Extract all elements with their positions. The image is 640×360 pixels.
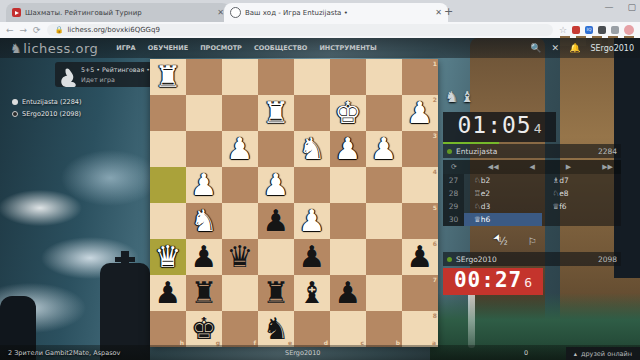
player-rating: 2098 [598,255,617,264]
square-f2[interactable] [222,95,258,131]
up-arrow-icon: ▴ [574,350,577,358]
black-move[interactable]: ♗d7 [542,174,621,187]
opponent-name[interactable]: Entuzijasta [456,147,497,156]
square-a4[interactable]: 4 [402,167,438,203]
square-e6[interactable] [258,239,294,275]
rank-coordinate: 3 [433,132,437,139]
piece-bP-d6[interactable]: ♟ [294,239,330,275]
move-list: 27 ♘b2 ♗d7 28 ♖e2 ♘e8 29 ♘d3 ♕f6 30 ♕h6 [443,174,621,226]
tab-title: Шахматы. Рейтинговый Турнир [25,9,142,17]
piece-wN-g5[interactable]: ♞ [186,203,222,239]
browser-tabstrip: Шахматы. Рейтинговый Турнир ✕ Ваш ход - … [0,0,640,22]
move-number: 28 [443,187,464,200]
background-dark-tower [614,38,640,278]
nav-tools[interactable]: ИНСТРУМЕНТЫ [319,44,376,52]
piece-bR-e7[interactable]: ♜ [258,275,294,311]
piece-bP-a6[interactable]: ♟ [402,239,438,275]
youtube-favicon [12,8,21,17]
move-number: 27 [443,174,464,187]
move-nav-bar: ⟳ ◀◀ ◀ ▶ ▶▶ [443,160,621,174]
nav-watch[interactable]: ПРОСМОТР [200,44,242,52]
piece-bK-g8[interactable]: ♚ [186,311,222,347]
tab-close-icon[interactable]: ✕ [435,8,442,17]
lichess-logo[interactable]: ♞lichess.org [10,41,98,56]
username-menu[interactable]: SErgo2010 [590,44,634,53]
square-b2[interactable] [366,95,402,131]
nav-community[interactable]: СООБЩЕСТВО [254,44,308,52]
extension-icon[interactable] [598,26,606,34]
background-waterfall [468,288,475,348]
forward-icon[interactable]: → [20,26,28,35]
maximize-button[interactable]: ▢ [627,2,636,12]
opponent-clock: 01:05 4 [443,112,556,142]
clock-time: 00:27 [454,268,522,292]
lichess-header: ♞lichess.org ИГРА ОБУЧЕНИЕ ПРОСМОТР СООБ… [0,38,640,58]
square-b7[interactable] [366,275,402,311]
square-a1[interactable]: 1 [402,59,438,95]
square-e3[interactable] [258,131,294,167]
piece-bR-g7[interactable]: ♜ [186,275,222,311]
tab-title: Ваш ход - Игра Entuzijasta • [245,9,348,17]
close-icon[interactable]: ✕ [552,43,560,53]
piece-bB-d7[interactable]: ♝ [294,275,330,311]
square-h5[interactable] [150,203,186,239]
piece-bQ-f6[interactable]: ♛ [222,239,258,275]
piece-wP-g4[interactable]: ♟ [186,167,222,203]
clock-tenths: 6 [524,275,532,290]
square-h3[interactable] [150,131,186,167]
friends-online-toggle[interactable]: ▴ друзей онлайн [566,347,640,360]
piece-wP-f3[interactable]: ♟ [222,131,258,167]
square-a8[interactable]: 8a [402,311,438,347]
screen: Шахматы. Рейтинговый Турнир ✕ Ваш ход - … [0,0,640,360]
move-row: 29 ♘d3 ♕f6 [443,200,621,213]
rank-coordinate: 5 [433,204,437,211]
captured-pieces: ♞♝ [445,88,476,106]
bottom-bar: 2 Зрители Gambit2Mate, Aspasov SErgo2010… [0,345,640,360]
square-d8[interactable]: d [294,311,330,347]
player-name[interactable]: SErgo2010 [456,255,497,264]
refresh-icon[interactable]: ⟳ [33,26,41,35]
move-number: 29 [443,200,464,213]
piece-bP-g6[interactable]: ♟ [186,239,222,275]
black-color-icon [12,111,18,117]
square-c1[interactable] [330,59,366,95]
lock-icon: 🔒 [55,26,64,34]
piece-wR-e2[interactable]: ♜ [258,95,294,131]
clock-tenths: 4 [534,121,542,136]
current-move[interactable]: ♕h6 [464,213,543,226]
square-g2[interactable] [186,95,222,131]
square-b1[interactable] [366,59,402,95]
clock-time: 01:05 [457,112,531,138]
prev-move-icon[interactable]: ◀ [530,163,535,171]
square-c8[interactable]: c [330,311,366,347]
knight-logo-icon: ♞ [10,41,22,56]
browser-urlbar: ← → ⟳ 🔒 lichess.org/bovxki6QGGq9 ☆ IQ [0,22,640,38]
square-h8[interactable]: h [150,311,186,347]
player-clock-low-time: 00:27 6 [443,268,543,295]
square-a7[interactable]: 7 [402,275,438,311]
clock-favicon [230,7,241,18]
piece-bP-e5[interactable]: ♟ [258,203,294,239]
square-c4[interactable] [330,167,366,203]
rank-coordinate: 1 [433,60,437,67]
opponent-row: Entuzijasta 2284 [443,144,621,158]
square-h4[interactable] [150,167,186,203]
tab-tournament[interactable]: Шахматы. Рейтинговый Турнир ✕ [6,3,230,22]
square-f7[interactable] [222,275,258,311]
square-b5[interactable] [366,203,402,239]
square-h2[interactable] [150,95,186,131]
tab-game[interactable]: Ваш ход - Игра Entuzijasta • ✕ [224,3,448,22]
opponent-rating: 2284 [598,147,617,156]
bottom-player-name: SErgo2010 [285,349,320,357]
white-player-link[interactable]: Entuzijasta (2284) [22,98,82,106]
black-move[interactable]: ♘e8 [542,187,621,200]
bottom-counter: 0 [524,349,528,357]
move-row: 27 ♘b2 ♗d7 [443,174,621,187]
piece-wQ-h6[interactable]: ♛ [150,239,186,275]
friends-online-label: друзей онлайн [581,350,632,358]
square-b8[interactable]: b [366,311,402,347]
address-field[interactable]: 🔒 lichess.org/bovxki6QGGq9 [47,24,553,36]
square-f4[interactable] [222,167,258,203]
flip-icon[interactable]: ⟳ [451,163,457,171]
rank-coordinate: 8 [433,312,437,319]
white-move[interactable]: ♘b2 [464,174,543,187]
player-row: SErgo2010 2098 [443,252,621,266]
square-f5[interactable] [222,203,258,239]
black-player-link[interactable]: SErgo2010 (2098) [22,110,81,118]
url-text: lichess.org/bovxki6QGGq9 [67,26,160,34]
square-b6[interactable] [366,239,402,275]
square-a5[interactable]: 5 [402,203,438,239]
last-move-icon[interactable]: ▶▶ [602,163,613,171]
move-row: 30 ♕h6 [443,213,621,226]
bookmark-star-icon[interactable]: ☆ [559,26,567,35]
piece-wP-b3[interactable]: ♟ [366,131,402,167]
extension-icon[interactable] [611,26,619,34]
white-move[interactable]: ♖e2 [464,187,543,200]
move-number: 30 [443,213,464,226]
square-b4[interactable] [366,167,402,203]
piece-wK-c2[interactable]: ♚ [330,95,366,131]
bell-icon[interactable]: 🔔 [569,43,580,53]
profile-avatar[interactable] [624,25,634,35]
first-move-icon[interactable]: ◀◀ [488,163,499,171]
piece-bN-e8[interactable]: ♞ [258,311,294,347]
search-icon[interactable]: 🔍 [530,43,541,53]
rank-coordinate: 7 [433,276,437,283]
black-move[interactable]: ♕f6 [542,200,621,213]
chess-board[interactable]: 1234567hgfedcb8a♜♜♚♟♟♞♟♟♟♟♞♟♛♟♟♛♟♟♟♜♜♝♟♚… [150,59,438,347]
extension-icon[interactable] [572,26,580,34]
square-d2[interactable] [294,95,330,131]
minimize-button[interactable]: — [604,2,613,12]
square-d1[interactable] [294,59,330,95]
piece-bP-h7[interactable]: ♟ [150,275,186,311]
piece-wP-c3[interactable]: ♟ [330,131,366,167]
square-g1[interactable] [186,59,222,95]
rapid-rabbit-icon [59,68,77,92]
black-move[interactable] [542,213,621,226]
piece-wP-e4[interactable]: ♟ [258,167,294,203]
extension-iq-icon[interactable]: IQ [585,26,593,34]
piece-wN-d3[interactable]: ♞ [294,131,330,167]
resign-flag-button[interactable]: ⚐ [528,236,537,247]
square-g3[interactable] [186,131,222,167]
lichess-page: ♞lichess.org ИГРА ОБУЧЕНИЕ ПРОСМОТР СООБ… [0,38,640,360]
square-d4[interactable] [294,167,330,203]
player-list: Entuzijasta (2284) SErgo2010 (2098) [12,98,82,122]
nav-learn[interactable]: ОБУЧЕНИЕ [148,44,189,52]
move-row: 28 ♖e2 ♘e8 [443,187,621,200]
square-c6[interactable] [330,239,366,275]
back-icon[interactable]: ← [6,26,14,35]
piece-wR-h1[interactable]: ♜ [150,59,186,95]
square-f1[interactable] [222,59,258,95]
square-a3[interactable]: 3 [402,131,438,167]
piece-wP-d5[interactable]: ♟ [294,203,330,239]
tab-close-icon[interactable]: ✕ [217,8,224,17]
square-f8[interactable]: f [222,311,258,347]
square-e1[interactable] [258,59,294,95]
next-move-icon[interactable]: ▶ [566,163,571,171]
piece-wP-a2[interactable]: ♟ [402,95,438,131]
white-color-icon [12,99,18,105]
square-c5[interactable] [330,203,366,239]
piece-bP-c7[interactable]: ♟ [330,275,366,311]
white-move[interactable]: ♘d3 [464,200,543,213]
nav-play[interactable]: ИГРА [116,44,135,52]
spectators-label[interactable]: 2 Зрители Gambit2Mate, Aspasov [8,349,120,357]
new-tab-button[interactable]: + [444,5,453,18]
online-dot [447,257,452,262]
online-dot [447,149,452,154]
rank-coordinate: 4 [433,168,437,175]
